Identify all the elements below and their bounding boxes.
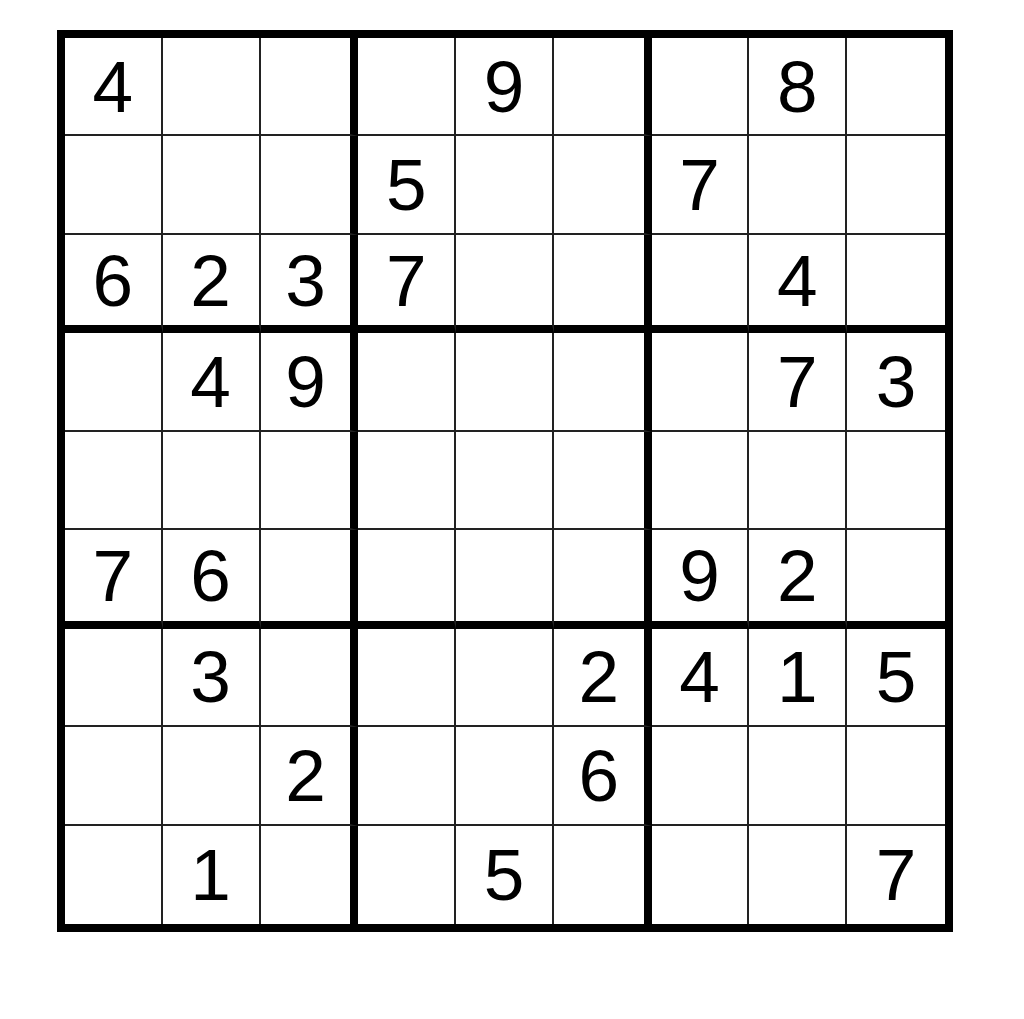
cell-r5c8[interactable] xyxy=(749,432,847,530)
cell-r8c2[interactable] xyxy=(163,727,261,825)
cell-r5c9[interactable] xyxy=(847,432,945,530)
given-digit: 4 xyxy=(190,345,231,418)
given-digit: 9 xyxy=(285,345,326,418)
cell-r9c2[interactable]: 1 xyxy=(163,826,261,924)
given-digit: 3 xyxy=(285,244,326,317)
cell-r7c3[interactable] xyxy=(261,629,359,727)
cell-r1c4[interactable] xyxy=(358,38,456,136)
cell-r9c3[interactable] xyxy=(261,826,359,924)
cell-r6c2[interactable]: 6 xyxy=(163,530,261,628)
given-digit: 4 xyxy=(679,640,720,713)
cell-r8c5[interactable] xyxy=(456,727,554,825)
cell-r1c7[interactable] xyxy=(652,38,750,136)
sudoku-board: 4985762374497376923241526157 xyxy=(57,30,953,932)
cell-r9c7[interactable] xyxy=(652,826,750,924)
given-digit: 7 xyxy=(93,539,134,612)
cell-r1c2[interactable] xyxy=(163,38,261,136)
cell-r8c7[interactable] xyxy=(652,727,750,825)
given-digit: 9 xyxy=(484,50,525,123)
cell-r6c4[interactable] xyxy=(358,530,456,628)
cell-r7c8[interactable]: 1 xyxy=(749,629,847,727)
cell-r5c6[interactable] xyxy=(554,432,652,530)
cell-r5c7[interactable] xyxy=(652,432,750,530)
given-digit: 4 xyxy=(777,244,818,317)
cell-r3c4[interactable]: 7 xyxy=(358,235,456,333)
cell-r3c8[interactable]: 4 xyxy=(749,235,847,333)
cell-r8c9[interactable] xyxy=(847,727,945,825)
cell-r4c2[interactable]: 4 xyxy=(163,333,261,431)
cell-r6c7[interactable]: 9 xyxy=(652,530,750,628)
cell-r6c3[interactable] xyxy=(261,530,359,628)
given-digit: 3 xyxy=(876,345,917,418)
cell-r7c9[interactable]: 5 xyxy=(847,629,945,727)
cell-r4c1[interactable] xyxy=(65,333,163,431)
cell-r5c2[interactable] xyxy=(163,432,261,530)
given-digit: 7 xyxy=(876,838,917,911)
cell-r9c8[interactable] xyxy=(749,826,847,924)
cell-r2c6[interactable] xyxy=(554,136,652,234)
given-digit: 7 xyxy=(777,345,818,418)
given-digit: 5 xyxy=(484,838,525,911)
given-digit: 8 xyxy=(777,50,818,123)
given-digit: 3 xyxy=(190,640,231,713)
cell-r3c3[interactable]: 3 xyxy=(261,235,359,333)
cell-r1c1[interactable]: 4 xyxy=(65,38,163,136)
cell-r5c4[interactable] xyxy=(358,432,456,530)
cell-r4c6[interactable] xyxy=(554,333,652,431)
cell-r6c5[interactable] xyxy=(456,530,554,628)
given-digit: 4 xyxy=(93,50,134,123)
cell-r5c5[interactable] xyxy=(456,432,554,530)
cell-r3c6[interactable] xyxy=(554,235,652,333)
given-digit: 6 xyxy=(578,739,619,812)
given-digit: 2 xyxy=(190,244,231,317)
cell-r6c9[interactable] xyxy=(847,530,945,628)
cell-r4c3[interactable]: 9 xyxy=(261,333,359,431)
cell-r2c5[interactable] xyxy=(456,136,554,234)
cell-r9c9[interactable]: 7 xyxy=(847,826,945,924)
given-digit: 2 xyxy=(578,640,619,713)
cell-r7c2[interactable]: 3 xyxy=(163,629,261,727)
cell-r1c8[interactable]: 8 xyxy=(749,38,847,136)
given-digit: 2 xyxy=(285,739,326,812)
cell-r2c7[interactable]: 7 xyxy=(652,136,750,234)
cell-r4c5[interactable] xyxy=(456,333,554,431)
cell-r1c3[interactable] xyxy=(261,38,359,136)
cell-r8c3[interactable]: 2 xyxy=(261,727,359,825)
given-digit: 1 xyxy=(190,838,231,911)
given-digit: 5 xyxy=(386,148,427,221)
cell-r2c2[interactable] xyxy=(163,136,261,234)
cell-r9c4[interactable] xyxy=(358,826,456,924)
cell-r2c3[interactable] xyxy=(261,136,359,234)
cell-r7c5[interactable] xyxy=(456,629,554,727)
cell-r7c7[interactable]: 4 xyxy=(652,629,750,727)
cell-r7c4[interactable] xyxy=(358,629,456,727)
cell-r4c4[interactable] xyxy=(358,333,456,431)
cell-r2c8[interactable] xyxy=(749,136,847,234)
cell-r6c1[interactable]: 7 xyxy=(65,530,163,628)
cell-r4c8[interactable]: 7 xyxy=(749,333,847,431)
cell-r5c1[interactable] xyxy=(65,432,163,530)
cell-r2c4[interactable]: 5 xyxy=(358,136,456,234)
cell-r3c5[interactable] xyxy=(456,235,554,333)
given-digit: 1 xyxy=(777,640,818,713)
cell-r1c6[interactable] xyxy=(554,38,652,136)
cell-r8c1[interactable] xyxy=(65,727,163,825)
given-digit: 9 xyxy=(679,539,720,612)
cell-r3c1[interactable]: 6 xyxy=(65,235,163,333)
cell-r9c6[interactable] xyxy=(554,826,652,924)
cell-r5c3[interactable] xyxy=(261,432,359,530)
cell-r3c9[interactable] xyxy=(847,235,945,333)
cell-r6c8[interactable]: 2 xyxy=(749,530,847,628)
cell-r2c9[interactable] xyxy=(847,136,945,234)
given-digit: 2 xyxy=(777,539,818,612)
cell-r2c1[interactable] xyxy=(65,136,163,234)
cell-r4c9[interactable]: 3 xyxy=(847,333,945,431)
given-digit: 5 xyxy=(876,640,917,713)
cell-r3c2[interactable]: 2 xyxy=(163,235,261,333)
given-digit: 6 xyxy=(190,539,231,612)
cell-r8c4[interactable] xyxy=(358,727,456,825)
given-digit: 7 xyxy=(679,148,720,221)
cell-r6c6[interactable] xyxy=(554,530,652,628)
given-digit: 7 xyxy=(386,244,427,317)
given-digit: 6 xyxy=(93,244,134,317)
cell-r4c7[interactable] xyxy=(652,333,750,431)
cell-r8c8[interactable] xyxy=(749,727,847,825)
cell-r7c6[interactable]: 2 xyxy=(554,629,652,727)
cell-r8c6[interactable]: 6 xyxy=(554,727,652,825)
cell-r1c5[interactable]: 9 xyxy=(456,38,554,136)
cell-r9c5[interactable]: 5 xyxy=(456,826,554,924)
cell-r3c7[interactable] xyxy=(652,235,750,333)
cell-r9c1[interactable] xyxy=(65,826,163,924)
cell-r7c1[interactable] xyxy=(65,629,163,727)
cell-r1c9[interactable] xyxy=(847,38,945,136)
